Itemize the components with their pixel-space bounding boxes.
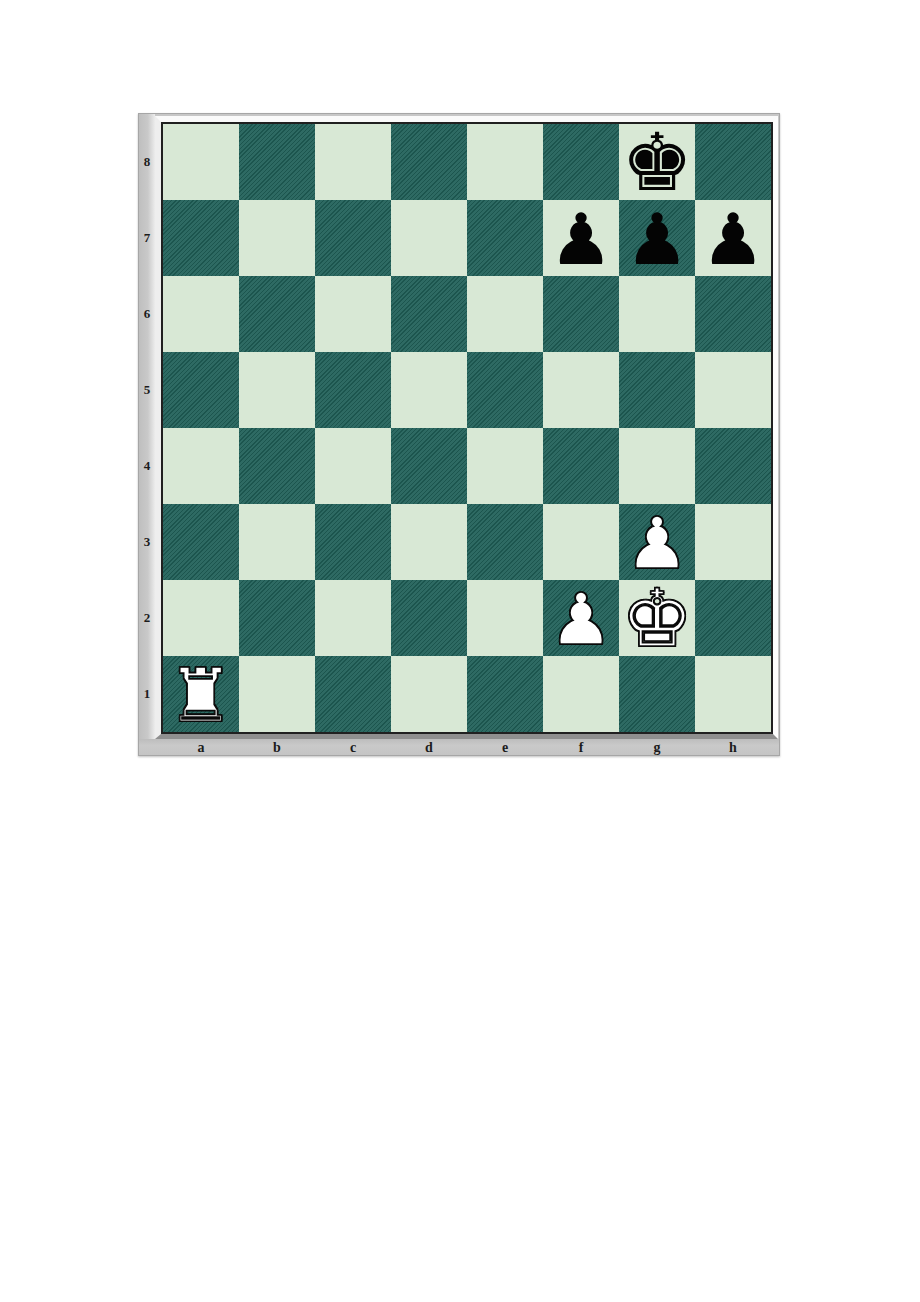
square-c8[interactable] xyxy=(315,124,391,200)
rank-label-8: 8 xyxy=(139,124,155,200)
square-g8[interactable]: ♚ xyxy=(619,124,695,200)
square-a1[interactable]: ♜ xyxy=(163,656,239,732)
white-pawn[interactable]: ♟ xyxy=(549,584,613,655)
square-d7[interactable] xyxy=(391,200,467,276)
square-c4[interactable] xyxy=(315,428,391,504)
square-f6[interactable] xyxy=(543,276,619,352)
square-g4[interactable] xyxy=(619,428,695,504)
black-pawn[interactable]: ♟ xyxy=(701,204,765,275)
square-g3[interactable]: ♟ xyxy=(619,504,695,580)
rank-label-3: 3 xyxy=(139,504,155,580)
black-pawn[interactable]: ♟ xyxy=(549,204,613,275)
square-g7[interactable]: ♟ xyxy=(619,200,695,276)
square-a2[interactable] xyxy=(163,580,239,656)
square-d4[interactable] xyxy=(391,428,467,504)
square-g6[interactable] xyxy=(619,276,695,352)
square-a7[interactable] xyxy=(163,200,239,276)
square-a5[interactable] xyxy=(163,352,239,428)
square-b2[interactable] xyxy=(239,580,315,656)
rank-labels: 87654321 xyxy=(139,124,155,732)
square-h1[interactable] xyxy=(695,656,771,732)
square-f1[interactable] xyxy=(543,656,619,732)
black-king[interactable]: ♚ xyxy=(621,123,693,203)
rank-label-7: 7 xyxy=(139,200,155,276)
square-d2[interactable] xyxy=(391,580,467,656)
square-d5[interactable] xyxy=(391,352,467,428)
rank-label-5: 5 xyxy=(139,352,155,428)
square-c7[interactable] xyxy=(315,200,391,276)
square-a6[interactable] xyxy=(163,276,239,352)
file-label-f: f xyxy=(543,740,619,756)
square-h2[interactable] xyxy=(695,580,771,656)
chess-board-frame: 87654321 ♚♟♟♟♟♟♚♜ abcdefgh xyxy=(138,113,780,756)
file-labels: abcdefgh xyxy=(163,740,771,756)
square-f3[interactable] xyxy=(543,504,619,580)
square-c2[interactable] xyxy=(315,580,391,656)
square-f2[interactable]: ♟ xyxy=(543,580,619,656)
square-c1[interactable] xyxy=(315,656,391,732)
square-d1[interactable] xyxy=(391,656,467,732)
square-e6[interactable] xyxy=(467,276,543,352)
board-grid: ♚♟♟♟♟♟♚♜ xyxy=(161,122,773,734)
rank-label-1: 1 xyxy=(139,656,155,732)
square-b8[interactable] xyxy=(239,124,315,200)
square-b5[interactable] xyxy=(239,352,315,428)
square-c3[interactable] xyxy=(315,504,391,580)
file-label-a: a xyxy=(163,740,239,756)
square-e8[interactable] xyxy=(467,124,543,200)
square-h4[interactable] xyxy=(695,428,771,504)
square-h5[interactable] xyxy=(695,352,771,428)
square-e7[interactable] xyxy=(467,200,543,276)
square-f4[interactable] xyxy=(543,428,619,504)
square-a8[interactable] xyxy=(163,124,239,200)
square-e2[interactable] xyxy=(467,580,543,656)
square-f5[interactable] xyxy=(543,352,619,428)
square-e3[interactable] xyxy=(467,504,543,580)
square-h3[interactable] xyxy=(695,504,771,580)
square-d8[interactable] xyxy=(391,124,467,200)
rank-label-4: 4 xyxy=(139,428,155,504)
white-king[interactable]: ♚ xyxy=(621,579,693,659)
square-b4[interactable] xyxy=(239,428,315,504)
file-label-h: h xyxy=(695,740,771,756)
square-g5[interactable] xyxy=(619,352,695,428)
file-label-g: g xyxy=(619,740,695,756)
square-b7[interactable] xyxy=(239,200,315,276)
square-d6[interactable] xyxy=(391,276,467,352)
file-label-c: c xyxy=(315,740,391,756)
square-c6[interactable] xyxy=(315,276,391,352)
rank-label-6: 6 xyxy=(139,276,155,352)
square-a3[interactable] xyxy=(163,504,239,580)
square-b3[interactable] xyxy=(239,504,315,580)
square-h7[interactable]: ♟ xyxy=(695,200,771,276)
square-h8[interactable] xyxy=(695,124,771,200)
square-h6[interactable] xyxy=(695,276,771,352)
square-b1[interactable] xyxy=(239,656,315,732)
square-b6[interactable] xyxy=(239,276,315,352)
square-a4[interactable] xyxy=(163,428,239,504)
rank-label-2: 2 xyxy=(139,580,155,656)
square-f8[interactable] xyxy=(543,124,619,200)
square-d3[interactable] xyxy=(391,504,467,580)
square-g2[interactable]: ♚ xyxy=(619,580,695,656)
file-label-b: b xyxy=(239,740,315,756)
file-label-d: d xyxy=(391,740,467,756)
square-c5[interactable] xyxy=(315,352,391,428)
board-bevel: ♚♟♟♟♟♟♚♜ xyxy=(155,116,778,739)
square-f7[interactable]: ♟ xyxy=(543,200,619,276)
square-g1[interactable] xyxy=(619,656,695,732)
white-pawn[interactable]: ♟ xyxy=(625,508,689,579)
square-e5[interactable] xyxy=(467,352,543,428)
black-pawn[interactable]: ♟ xyxy=(625,204,689,275)
square-e4[interactable] xyxy=(467,428,543,504)
square-e1[interactable] xyxy=(467,656,543,732)
file-label-e: e xyxy=(467,740,543,756)
white-rook[interactable]: ♜ xyxy=(168,658,234,732)
